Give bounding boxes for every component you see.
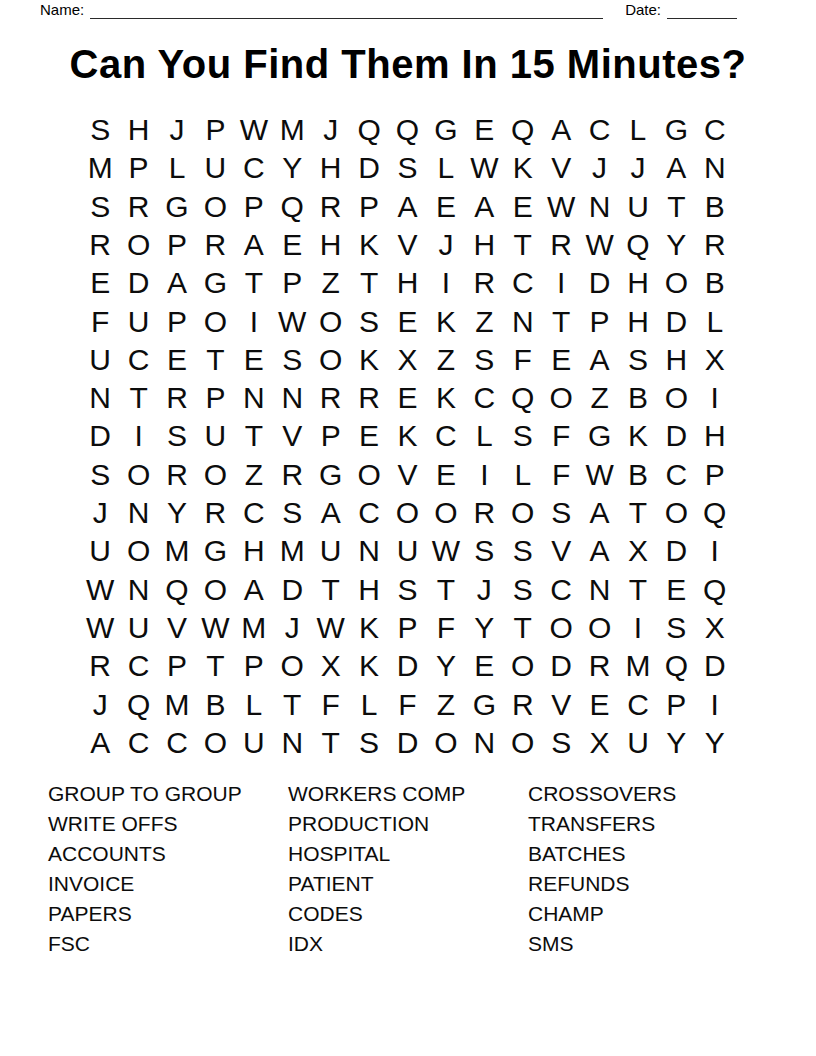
grid-cell-r10c6: R [273,456,311,494]
grid-cell-r11c15: T [619,494,657,532]
grid-cell-r7c7: O [311,341,349,379]
grid-cell-r14c6: J [273,609,311,647]
word-item: BATCHES [528,839,768,869]
grid-cell-r3c16: T [657,188,695,226]
grid-cell-r5c11: R [465,264,503,302]
grid-cell-r2c16: A [657,149,695,187]
grid-cell-r3c4: O [196,188,234,226]
grid-cell-r14c9: P [388,609,426,647]
grid-cell-r15c14: R [580,647,618,685]
grid-cell-r16c2: Q [119,685,157,723]
grid-cell-r4c12: T [504,226,542,264]
grid-cell-r13c8: H [350,571,388,609]
grid-cell-r15c1: R [81,647,119,685]
grid-cell-r16c10: Z [427,685,465,723]
grid-cell-r3c5: P [235,188,273,226]
grid-cell-r12c11: S [465,532,503,570]
grid-cell-r5c10: I [427,264,465,302]
grid-cell-r7c2: C [119,341,157,379]
grid-cell-r10c9: V [388,456,426,494]
grid-cell-r1c9: Q [388,111,426,149]
grid-cell-r13c5: A [235,571,273,609]
grid-cell-r15c10: Y [427,647,465,685]
grid-cell-r17c14: X [580,724,618,762]
grid-cell-r16c3: M [158,685,196,723]
word-item: PRODUCTION [288,809,528,839]
grid-cell-r14c17: X [696,609,734,647]
grid-cell-r12c8: N [350,532,388,570]
word-item: SMS [528,929,768,959]
grid-cell-r4c6: E [273,226,311,264]
grid-cell-r1c1: S [81,111,119,149]
grid-cell-r6c6: W [273,302,311,340]
grid-cell-r3c2: R [119,188,157,226]
grid-cell-r7c14: A [580,341,618,379]
grid-cell-r10c13: F [542,456,580,494]
grid-cell-r9c16: D [657,417,695,455]
word-item: REFUNDS [528,869,768,899]
grid-cell-r14c14: O [580,609,618,647]
grid-cell-r8c9: E [388,379,426,417]
grid-cell-r4c9: V [388,226,426,264]
word-item: PAPERS [48,899,288,929]
grid-cell-r3c1: S [81,188,119,226]
grid-cell-r6c13: T [542,302,580,340]
grid-cell-r17c12: O [504,724,542,762]
grid-cell-r15c17: D [696,647,734,685]
grid-cell-r4c8: K [350,226,388,264]
grid-cell-r4c13: R [542,226,580,264]
grid-cell-r9c15: K [619,417,657,455]
puzzle-title: Can You Find Them In 15 Minutes? [0,42,816,87]
grid-cell-r14c2: U [119,609,157,647]
grid-cell-r8c2: T [119,379,157,417]
grid-cell-r5c15: H [619,264,657,302]
grid-cell-r2c17: N [696,149,734,187]
grid-cell-r6c8: S [350,302,388,340]
grid-cell-r4c11: H [465,226,503,264]
word-item: HOSPITAL [288,839,528,869]
grid-cell-r6c3: P [158,302,196,340]
grid-cell-r2c5: C [235,149,273,187]
grid-cell-r11c13: S [542,494,580,532]
grid-cell-r12c15: X [619,532,657,570]
grid-cell-r11c5: C [235,494,273,532]
grid-cell-r10c12: L [504,456,542,494]
grid-cell-r15c8: K [350,647,388,685]
grid-cell-r13c15: T [619,571,657,609]
grid-cell-r11c2: N [119,494,157,532]
grid-cell-r6c4: O [196,302,234,340]
grid-cell-r3c13: W [542,188,580,226]
grid-cell-r14c4: W [196,609,234,647]
grid-cell-r13c14: N [580,571,618,609]
grid-cell-r17c3: C [158,724,196,762]
grid-cell-r17c6: N [273,724,311,762]
grid-cell-r1c15: L [619,111,657,149]
grid-cell-r4c1: R [81,226,119,264]
grid-cell-r10c7: G [311,456,349,494]
grid-cell-r9c10: C [427,417,465,455]
grid-cell-r16c1: J [81,685,119,723]
word-list-column-2: WORKERS COMPPRODUCTIONHOSPITALPATIENTCOD… [288,779,528,959]
grid-cell-r13c11: J [465,571,503,609]
grid-cell-r11c7: A [311,494,349,532]
grid-cell-r16c11: G [465,685,503,723]
grid-cell-r13c13: C [542,571,580,609]
grid-cell-r1c14: C [580,111,618,149]
grid-cell-r13c3: Q [158,571,196,609]
grid-cell-r17c2: C [119,724,157,762]
grid-cell-r14c7: W [311,609,349,647]
grid-cell-r2c4: U [196,149,234,187]
grid-cell-r14c16: S [657,609,695,647]
grid-cell-r10c17: P [696,456,734,494]
grid-cell-r3c11: A [465,188,503,226]
grid-cell-r7c4: T [196,341,234,379]
grid-cell-r8c1: N [81,379,119,417]
grid-cell-r2c9: S [388,149,426,187]
grid-cell-r11c1: J [81,494,119,532]
grid-cell-r14c13: O [542,609,580,647]
grid-cell-r9c12: S [504,417,542,455]
grid-cell-r5c1: E [81,264,119,302]
grid-cell-r14c12: T [504,609,542,647]
grid-cell-r17c9: D [388,724,426,762]
grid-cell-r16c6: T [273,685,311,723]
grid-cell-r13c2: N [119,571,157,609]
grid-cell-r13c7: T [311,571,349,609]
grid-cell-r9c2: I [119,417,157,455]
grid-cell-r11c8: C [350,494,388,532]
grid-cell-r13c9: S [388,571,426,609]
grid-cell-r2c8: D [350,149,388,187]
grid-cell-r9c8: E [350,417,388,455]
grid-cell-r13c10: T [427,571,465,609]
grid-cell-r16c12: R [504,685,542,723]
grid-cell-r7c12: F [504,341,542,379]
grid-cell-r1c10: G [427,111,465,149]
grid-cell-r13c1: W [81,571,119,609]
grid-cell-r13c17: Q [696,571,734,609]
grid-cell-r7c11: S [465,341,503,379]
grid-cell-r11c10: O [427,494,465,532]
word-item: ACCOUNTS [48,839,288,869]
grid-cell-r3c6: Q [273,188,311,226]
grid-cell-r8c10: K [427,379,465,417]
grid-cell-r6c2: U [119,302,157,340]
grid-cell-r17c11: N [465,724,503,762]
grid-cell-r2c2: P [119,149,157,187]
grid-cell-r14c10: F [427,609,465,647]
grid-cell-r15c11: E [465,647,503,685]
grid-cell-r8c4: P [196,379,234,417]
grid-cell-r12c13: V [542,532,580,570]
grid-cell-r4c2: O [119,226,157,264]
grid-cell-r5c17: B [696,264,734,302]
grid-cell-r6c10: K [427,302,465,340]
grid-cell-r11c3: Y [158,494,196,532]
grid-cell-r7c1: U [81,341,119,379]
grid-cell-r7c3: E [158,341,196,379]
grid-cell-r7c5: E [235,341,273,379]
word-search-grid: SHJPWMJQQGEQACLGCMPLUCYHDSLWKVJJANSRGOPQ… [81,111,734,762]
grid-cell-r10c8: O [350,456,388,494]
grid-cell-r1c2: H [119,111,157,149]
name-label: Name: [40,1,84,19]
grid-cell-r5c4: G [196,264,234,302]
grid-cell-r16c14: E [580,685,618,723]
grid-cell-r1c3: J [158,111,196,149]
grid-cell-r11c11: R [465,494,503,532]
grid-cell-r17c7: T [311,724,349,762]
grid-cell-r12c5: H [235,532,273,570]
grid-cell-r10c3: R [158,456,196,494]
grid-cell-r6c5: I [235,302,273,340]
word-item: INVOICE [48,869,288,899]
grid-cell-r7c10: Z [427,341,465,379]
date-blank-line [667,3,737,19]
grid-cell-r5c13: I [542,264,580,302]
grid-cell-r2c1: M [81,149,119,187]
grid-cell-r15c12: O [504,647,542,685]
grid-cell-r11c4: R [196,494,234,532]
grid-cell-r10c10: E [427,456,465,494]
grid-cell-r6c11: Z [465,302,503,340]
grid-cell-r12c6: M [273,532,311,570]
grid-cell-r12c2: O [119,532,157,570]
word-item: WRITE OFFS [48,809,288,839]
word-item: GROUP TO GROUP [48,779,288,809]
word-item: TRANSFERS [528,809,768,839]
grid-cell-r5c5: T [235,264,273,302]
grid-cell-r5c8: T [350,264,388,302]
grid-cell-r12c9: U [388,532,426,570]
grid-cell-r15c9: D [388,647,426,685]
grid-cell-r12c10: W [427,532,465,570]
grid-cell-r5c16: O [657,264,695,302]
grid-cell-r7c9: X [388,341,426,379]
grid-cell-r8c7: R [311,379,349,417]
grid-cell-r15c15: M [619,647,657,685]
grid-cell-r15c6: O [273,647,311,685]
grid-cell-r1c4: P [196,111,234,149]
grid-cell-r5c7: Z [311,264,349,302]
grid-cell-r4c15: Q [619,226,657,264]
grid-cell-r7c6: S [273,341,311,379]
word-item: WORKERS COMP [288,779,528,809]
grid-cell-r8c6: N [273,379,311,417]
grid-cell-r15c16: Q [657,647,695,685]
word-item: CROSSOVERS [528,779,768,809]
grid-cell-r10c5: Z [235,456,273,494]
grid-cell-r15c4: T [196,647,234,685]
grid-cell-r9c11: L [465,417,503,455]
grid-cell-r16c15: C [619,685,657,723]
grid-cell-r13c6: D [273,571,311,609]
grid-cell-r6c12: N [504,302,542,340]
grid-cell-r17c5: U [235,724,273,762]
grid-cell-r17c1: A [81,724,119,762]
grid-cell-r5c3: A [158,264,196,302]
grid-cell-r1c6: M [273,111,311,149]
grid-cell-r5c12: C [504,264,542,302]
word-list: GROUP TO GROUPWRITE OFFSACCOUNTSINVOICEP… [48,779,768,959]
grid-cell-r7c16: H [657,341,695,379]
grid-cell-r12c1: U [81,532,119,570]
grid-cell-r2c15: J [619,149,657,187]
grid-cell-r2c14: J [580,149,618,187]
grid-cell-r15c2: C [119,647,157,685]
grid-cell-r10c2: O [119,456,157,494]
grid-cell-r12c16: D [657,532,695,570]
word-item: FSC [48,929,288,959]
grid-cell-r3c7: R [311,188,349,226]
word-list-column-1: GROUP TO GROUPWRITE OFFSACCOUNTSINVOICEP… [48,779,288,959]
grid-cell-r16c16: P [657,685,695,723]
grid-cell-r14c8: K [350,609,388,647]
grid-cell-r17c8: S [350,724,388,762]
word-item: CODES [288,899,528,929]
grid-cell-r5c14: D [580,264,618,302]
grid-cell-r1c13: A [542,111,580,149]
header-row: Name: Date: [40,1,737,19]
word-item: PATIENT [288,869,528,899]
grid-cell-r14c15: I [619,609,657,647]
grid-cell-r8c14: Z [580,379,618,417]
grid-cell-r9c5: T [235,417,273,455]
grid-cell-r11c6: S [273,494,311,532]
grid-cell-r5c2: D [119,264,157,302]
word-list-column-3: CROSSOVERSTRANSFERSBATCHESREFUNDSCHAMPSM… [528,779,768,959]
grid-cell-r2c3: L [158,149,196,187]
grid-cell-r4c14: W [580,226,618,264]
grid-cell-r3c3: G [158,188,196,226]
grid-cell-r15c13: D [542,647,580,685]
grid-cell-r7c15: S [619,341,657,379]
grid-cell-r6c14: P [580,302,618,340]
grid-cell-r14c3: V [158,609,196,647]
grid-cell-r4c16: Y [657,226,695,264]
grid-cell-r17c4: O [196,724,234,762]
grid-cell-r9c3: S [158,417,196,455]
grid-cell-r12c7: U [311,532,349,570]
word-item: CHAMP [528,899,768,929]
grid-cell-r7c17: X [696,341,734,379]
grid-cell-r6c17: L [696,302,734,340]
grid-cell-r17c15: U [619,724,657,762]
grid-cell-r2c6: Y [273,149,311,187]
grid-cell-r6c9: E [388,302,426,340]
grid-cell-r15c5: P [235,647,273,685]
grid-cell-r12c3: M [158,532,196,570]
grid-cell-r9c14: G [580,417,618,455]
grid-cell-r16c4: B [196,685,234,723]
grid-cell-r11c12: O [504,494,542,532]
grid-cell-r16c9: F [388,685,426,723]
grid-cell-r11c16: O [657,494,695,532]
grid-cell-r4c5: A [235,226,273,264]
grid-cell-r10c16: C [657,456,695,494]
grid-cell-r2c7: H [311,149,349,187]
grid-cell-r17c10: O [427,724,465,762]
grid-cell-r6c16: D [657,302,695,340]
grid-cell-r3c8: P [350,188,388,226]
grid-cell-r15c3: P [158,647,196,685]
grid-cell-r9c1: D [81,417,119,455]
grid-cell-r2c11: W [465,149,503,187]
grid-cell-r12c12: S [504,532,542,570]
grid-cell-r12c4: G [196,532,234,570]
grid-cell-r1c7: J [311,111,349,149]
grid-cell-r3c14: N [580,188,618,226]
grid-cell-r13c4: O [196,571,234,609]
grid-cell-r8c12: Q [504,379,542,417]
grid-cell-r5c9: H [388,264,426,302]
grid-cell-r1c11: E [465,111,503,149]
grid-cell-r4c10: J [427,226,465,264]
grid-cell-r16c13: V [542,685,580,723]
grid-cell-r10c11: I [465,456,503,494]
grid-cell-r17c13: S [542,724,580,762]
grid-cell-r4c4: R [196,226,234,264]
grid-cell-r3c12: E [504,188,542,226]
grid-cell-r8c13: O [542,379,580,417]
date-label: Date: [625,1,661,19]
grid-cell-r8c3: R [158,379,196,417]
grid-cell-r15c7: X [311,647,349,685]
grid-cell-r1c8: Q [350,111,388,149]
grid-cell-r11c17: Q [696,494,734,532]
grid-cell-r6c1: F [81,302,119,340]
grid-cell-r13c12: S [504,571,542,609]
grid-cell-r13c16: E [657,571,695,609]
grid-cell-r10c14: W [580,456,618,494]
grid-cell-r16c17: I [696,685,734,723]
word-item: IDX [288,929,528,959]
grid-cell-r8c15: B [619,379,657,417]
grid-cell-r14c11: Y [465,609,503,647]
grid-cell-r14c5: M [235,609,273,647]
grid-cell-r16c8: L [350,685,388,723]
grid-cell-r8c5: N [235,379,273,417]
grid-cell-r9c6: V [273,417,311,455]
grid-cell-r4c7: H [311,226,349,264]
grid-cell-r11c9: O [388,494,426,532]
grid-cell-r3c17: B [696,188,734,226]
grid-cell-r1c12: Q [504,111,542,149]
grid-cell-r9c9: K [388,417,426,455]
grid-cell-r8c16: O [657,379,695,417]
grid-cell-r8c8: R [350,379,388,417]
grid-cell-r9c17: H [696,417,734,455]
grid-cell-r1c5: W [235,111,273,149]
grid-cell-r8c17: I [696,379,734,417]
grid-cell-r10c1: S [81,456,119,494]
grid-cell-r8c11: C [465,379,503,417]
grid-cell-r5c6: P [273,264,311,302]
grid-cell-r2c12: K [504,149,542,187]
grid-cell-r1c17: C [696,111,734,149]
grid-cell-r4c17: R [696,226,734,264]
grid-cell-r14c1: W [81,609,119,647]
grid-cell-r7c13: E [542,341,580,379]
grid-cell-r11c14: A [580,494,618,532]
grid-cell-r12c17: I [696,532,734,570]
grid-cell-r4c3: P [158,226,196,264]
grid-cell-r2c13: V [542,149,580,187]
grid-cell-r2c10: L [427,149,465,187]
